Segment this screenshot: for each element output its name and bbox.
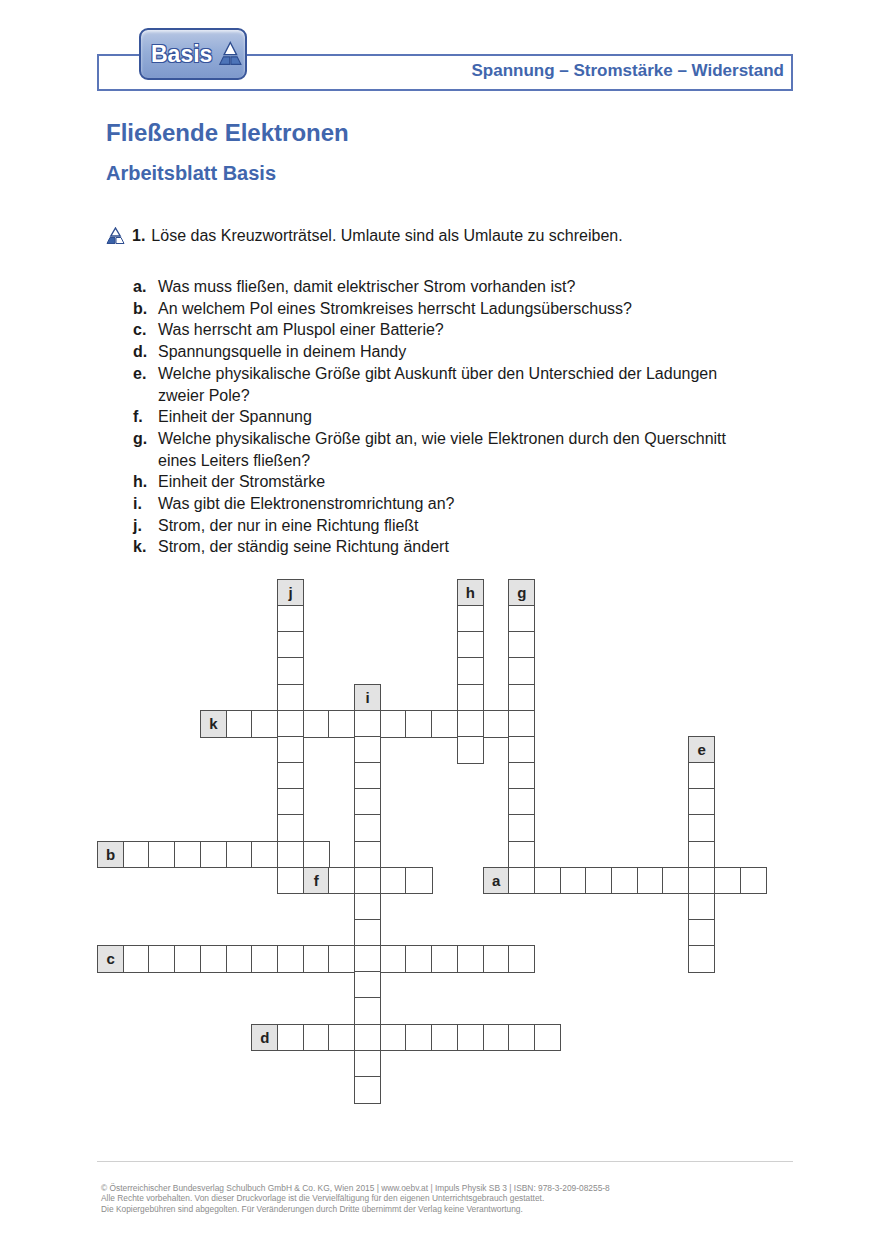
grid-cell[interactable] [534, 867, 561, 895]
page-subtitle: Arbeitsblatt Basis [106, 162, 276, 185]
clue-text: Welche physikalische Größe gibt an, wie … [158, 428, 818, 471]
grid-cell[interactable] [277, 631, 304, 659]
grid-cell[interactable] [277, 814, 304, 842]
grid-cell[interactable] [508, 657, 535, 685]
grid-cell[interactable] [508, 814, 535, 842]
grid-cell[interactable] [662, 867, 689, 895]
task-text: Löse das Kreuzworträtsel. Umlaute sind a… [151, 227, 622, 245]
grid-cell[interactable] [200, 841, 227, 869]
grid-cell[interactable] [277, 841, 304, 869]
clue-letter: h. [133, 471, 158, 493]
basis-logo: Basis [139, 28, 247, 80]
grid-cell[interactable] [123, 945, 150, 973]
grid-cell[interactable] [688, 841, 715, 869]
grid-cell[interactable] [354, 1024, 381, 1052]
grid-cell[interactable] [405, 710, 432, 738]
grid-cell[interactable] [354, 893, 381, 921]
grid-cell[interactable] [354, 710, 381, 738]
grid-cell[interactable] [277, 762, 304, 790]
clue-letter: d. [133, 341, 158, 363]
grid-cell[interactable] [174, 945, 201, 973]
clue-list: a.Was muss fließen, damit elektrischer S… [133, 276, 833, 558]
grid-cell[interactable] [508, 867, 535, 895]
task-number: 1. [132, 227, 145, 245]
grid-label-d: d [251, 1024, 278, 1052]
grid-cell[interactable] [457, 736, 484, 764]
clue-letter: k. [133, 536, 158, 558]
grid-cell[interactable] [714, 867, 741, 895]
clue-h: h.Einheit der Stromstärke [133, 471, 833, 493]
grid-cell[interactable] [380, 1024, 407, 1052]
grid-label-f: f [303, 867, 330, 895]
grid-cell[interactable] [328, 710, 355, 738]
clue-b: b.An welchem Pol eines Stromkreises herr… [133, 298, 833, 320]
task-pyramid-icon [106, 227, 125, 245]
grid-cell[interactable] [431, 1024, 458, 1052]
clue-text: Einheit der Stromstärke [158, 471, 818, 493]
grid-cell[interactable] [277, 736, 304, 764]
clue-text: Strom, der nur in eine Richtung fließt [158, 515, 818, 537]
grid-cell[interactable] [174, 841, 201, 869]
grid-label-b: b [97, 841, 124, 869]
clue-text: Welche physikalische Größe gibt Auskunft… [158, 363, 818, 406]
grid-cell[interactable] [303, 710, 330, 738]
grid-cell[interactable] [354, 867, 381, 895]
grid-cell[interactable] [303, 841, 330, 869]
page-title: Fließende Elektronen [106, 119, 349, 147]
grid-cell[interactable] [380, 945, 407, 973]
basis-logo-label: Basis [151, 41, 212, 68]
clue-i: i.Was gibt die Elektronenstromrichtung a… [133, 493, 833, 515]
grid-cell[interactable] [740, 867, 767, 895]
clue-letter: f. [133, 406, 158, 428]
task-1: 1. Löse das Kreuzworträtsel. Umlaute sin… [106, 227, 623, 245]
grid-cell[interactable] [405, 945, 432, 973]
grid-cell[interactable] [508, 710, 535, 738]
grid-cell[interactable] [457, 631, 484, 659]
grid-cell[interactable] [303, 945, 330, 973]
clue-d: d.Spannungsquelle in deinem Handy [133, 341, 833, 363]
grid-cell[interactable] [251, 945, 278, 973]
grid-cell[interactable] [457, 1024, 484, 1052]
grid-cell[interactable] [354, 945, 381, 973]
grid-cell[interactable] [277, 788, 304, 816]
clue-text: Strom, der ständig seine Richtung ändert [158, 536, 818, 558]
grid-cell[interactable] [277, 657, 304, 685]
clue-j: j.Strom, der nur in eine Richtung fließt [133, 515, 833, 537]
grid-label-g: g [508, 579, 535, 607]
grid-cell[interactable] [457, 657, 484, 685]
grid-cell[interactable] [405, 1024, 432, 1052]
grid-cell[interactable] [303, 1024, 330, 1052]
grid-cell[interactable] [457, 684, 484, 712]
grid-cell[interactable] [148, 945, 175, 973]
grid-cell[interactable] [688, 788, 715, 816]
clue-letter: j. [133, 515, 158, 537]
clue-a: a.Was muss fließen, damit elektrischer S… [133, 276, 833, 298]
grid-cell[interactable] [200, 945, 227, 973]
grid-cell[interactable] [123, 841, 150, 869]
clue-text: Einheit der Spannung [158, 406, 818, 428]
pyramid-icon [216, 33, 245, 77]
clue-letter: b. [133, 298, 158, 320]
grid-cell[interactable] [688, 919, 715, 947]
grid-cell[interactable] [251, 710, 278, 738]
clue-letter: g. [133, 428, 158, 471]
grid-cell[interactable] [354, 814, 381, 842]
grid-cell[interactable] [611, 867, 638, 895]
grid-cell[interactable] [354, 1076, 381, 1104]
grid-cell[interactable] [457, 710, 484, 738]
grid-cell[interactable] [277, 1024, 304, 1052]
grid-cell[interactable] [380, 710, 407, 738]
grid-cell[interactable] [457, 605, 484, 633]
grid-cell[interactable] [354, 997, 381, 1025]
grid-cell[interactable] [508, 631, 535, 659]
grid-cell[interactable] [560, 867, 587, 895]
grid-cell[interactable] [431, 945, 458, 973]
clue-text: Spannungsquelle in deinem Handy [158, 341, 818, 363]
grid-label-i: i [354, 684, 381, 712]
grid-cell[interactable] [328, 867, 355, 895]
grid-cell[interactable] [508, 1024, 535, 1052]
grid-cell[interactable] [637, 867, 664, 895]
grid-cell[interactable] [688, 867, 715, 895]
grid-cell[interactable] [226, 841, 253, 869]
clue-c: c.Was herrscht am Pluspol einer Batterie… [133, 319, 833, 341]
grid-cell[interactable] [277, 945, 304, 973]
grid-cell[interactable] [354, 736, 381, 764]
clue-text: An welchem Pol eines Stromkreises herrsc… [158, 298, 818, 320]
crossword-grid: jhgikebfacd [97, 579, 773, 1109]
grid-cell[interactable] [508, 762, 535, 790]
clue-text: Was herrscht am Pluspol einer Batterie? [158, 319, 818, 341]
clue-letter: a. [133, 276, 158, 298]
clue-letter: c. [133, 319, 158, 341]
grid-label-a: a [483, 867, 510, 895]
clue-g: g.Welche physikalische Größe gibt an, wi… [133, 428, 833, 471]
grid-cell[interactable] [688, 814, 715, 842]
clue-text: Was gibt die Elektronenstromrichtung an? [158, 493, 818, 515]
grid-label-c: c [97, 945, 124, 973]
grid-cell[interactable] [354, 919, 381, 947]
grid-cell[interactable] [688, 762, 715, 790]
clue-e: e.Welche physikalische Größe gibt Auskun… [133, 363, 833, 406]
grid-cell[interactable] [405, 867, 432, 895]
grid-cell[interactable] [688, 893, 715, 921]
grid-cell[interactable] [354, 788, 381, 816]
grid-cell[interactable] [508, 841, 535, 869]
footer-copyright: © Österreichischer Bundesverlag Schulbuc… [101, 1183, 610, 1214]
grid-cell[interactable] [457, 945, 484, 973]
grid-cell[interactable] [277, 684, 304, 712]
grid-cell[interactable] [431, 710, 458, 738]
grid-cell[interactable] [508, 684, 535, 712]
clue-f: f.Einheit der Spannung [133, 406, 833, 428]
footer-divider [97, 1161, 793, 1162]
grid-cell[interactable] [251, 841, 278, 869]
clue-letter: i. [133, 493, 158, 515]
grid-label-j: j [277, 579, 304, 607]
footer-line: Alle Rechte vorbehalten. Von dieser Druc… [101, 1193, 610, 1203]
grid-cell[interactable] [508, 736, 535, 764]
grid-label-k: k [200, 710, 227, 738]
grid-cell[interactable] [226, 710, 253, 738]
grid-cell[interactable] [380, 867, 407, 895]
grid-cell[interactable] [585, 867, 612, 895]
grid-cell[interactable] [226, 945, 253, 973]
grid-cell[interactable] [277, 710, 304, 738]
grid-cell[interactable] [688, 945, 715, 973]
grid-cell[interactable] [354, 1050, 381, 1078]
grid-cell[interactable] [328, 945, 355, 973]
footer-line: Die Kopiergebühren sind abgegolten. Für … [101, 1204, 610, 1214]
grid-label-e: e [688, 736, 715, 764]
clue-k: k.Strom, der ständig seine Richtung ände… [133, 536, 833, 558]
grid-cell[interactable] [483, 945, 510, 973]
grid-cell[interactable] [508, 788, 535, 816]
clue-letter: e. [133, 363, 158, 406]
grid-cell[interactable] [508, 945, 535, 973]
grid-cell[interactable] [354, 841, 381, 869]
grid-cell[interactable] [354, 762, 381, 790]
grid-cell[interactable] [483, 710, 510, 738]
clue-text: Was muss fließen, damit elektrischer Str… [158, 276, 818, 298]
grid-cell[interactable] [277, 867, 304, 895]
grid-cell[interactable] [483, 1024, 510, 1052]
footer-line: © Österreichischer Bundesverlag Schulbuc… [101, 1183, 610, 1193]
grid-label-h: h [457, 579, 484, 607]
grid-cell[interactable] [534, 1024, 561, 1052]
grid-cell[interactable] [508, 605, 535, 633]
worksheet-page: Spannung – Stromstärke – Widerstand Basi… [0, 0, 890, 1258]
grid-cell[interactable] [148, 841, 175, 869]
grid-cell[interactable] [277, 605, 304, 633]
grid-cell[interactable] [354, 971, 381, 999]
grid-cell[interactable] [328, 1024, 355, 1052]
